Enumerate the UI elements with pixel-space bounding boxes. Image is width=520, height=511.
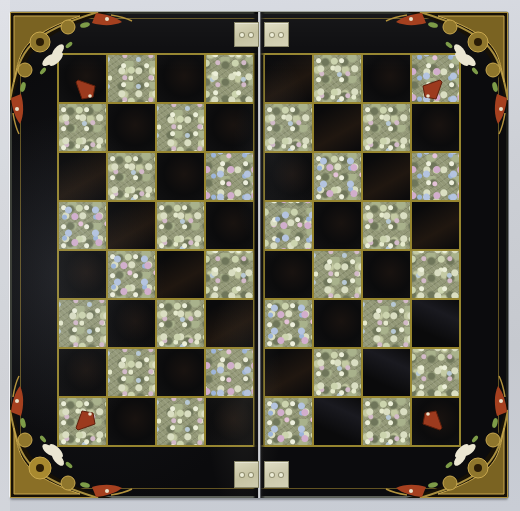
square-h7[interactable]: [412, 104, 459, 151]
square-a2[interactable]: [59, 349, 106, 396]
square-g7[interactable]: [363, 104, 410, 151]
fold-gap-column: [255, 55, 263, 445]
square-h3[interactable]: [412, 300, 459, 347]
screw-icon: [249, 473, 253, 477]
square-d3[interactable]: [206, 300, 253, 347]
square-g4[interactable]: [363, 251, 410, 298]
square-h2[interactable]: [412, 349, 459, 396]
square-b4[interactable]: [108, 251, 155, 298]
square-e4[interactable]: [265, 251, 312, 298]
bottom-hinge-left-plate: [234, 461, 259, 488]
square-e8[interactable]: [265, 55, 312, 102]
square-e1[interactable]: [265, 398, 312, 445]
square-d4[interactable]: [206, 251, 253, 298]
square-g1[interactable]: [363, 398, 410, 445]
square-b6[interactable]: [108, 153, 155, 200]
square-e2[interactable]: [265, 349, 312, 396]
screw-icon: [279, 473, 283, 477]
square-f2[interactable]: [314, 349, 361, 396]
screw-icon: [270, 473, 274, 477]
square-h8[interactable]: [412, 55, 459, 102]
square-e3[interactable]: [265, 300, 312, 347]
square-h5[interactable]: [412, 202, 459, 249]
square-a3[interactable]: [59, 300, 106, 347]
top-hinge-left-plate: [234, 22, 259, 47]
screw-icon: [270, 33, 274, 37]
square-b3[interactable]: [108, 300, 155, 347]
square-g2[interactable]: [363, 349, 410, 396]
square-c7[interactable]: [157, 104, 204, 151]
square-d6[interactable]: [206, 153, 253, 200]
square-a8[interactable]: [59, 55, 106, 102]
top-hinge-right-plate: [264, 22, 289, 47]
square-f7[interactable]: [314, 104, 361, 151]
square-e7[interactable]: [265, 104, 312, 151]
board-grid: [57, 53, 461, 447]
square-c3[interactable]: [157, 300, 204, 347]
square-f3[interactable]: [314, 300, 361, 347]
square-a5[interactable]: [59, 202, 106, 249]
square-f8[interactable]: [314, 55, 361, 102]
square-c1[interactable]: [157, 398, 204, 445]
square-c2[interactable]: [157, 349, 204, 396]
square-c8[interactable]: [157, 55, 204, 102]
square-c4[interactable]: [157, 251, 204, 298]
square-f4[interactable]: [314, 251, 361, 298]
bottom-hinge-right-plate: [264, 461, 289, 488]
square-d1[interactable]: [206, 398, 253, 445]
square-b5[interactable]: [108, 202, 155, 249]
square-c5[interactable]: [157, 202, 204, 249]
square-b8[interactable]: [108, 55, 155, 102]
square-a7[interactable]: [59, 104, 106, 151]
photo-background: [0, 0, 520, 511]
square-b1[interactable]: [108, 398, 155, 445]
square-a6[interactable]: [59, 153, 106, 200]
screw-icon: [249, 33, 253, 37]
square-f6[interactable]: [314, 153, 361, 200]
square-h1[interactable]: [412, 398, 459, 445]
square-d7[interactable]: [206, 104, 253, 151]
square-d8[interactable]: [206, 55, 253, 102]
screw-icon: [240, 473, 244, 477]
square-g6[interactable]: [363, 153, 410, 200]
square-d2[interactable]: [206, 349, 253, 396]
square-g8[interactable]: [363, 55, 410, 102]
square-a1[interactable]: [59, 398, 106, 445]
square-f1[interactable]: [314, 398, 361, 445]
square-c6[interactable]: [157, 153, 204, 200]
square-f5[interactable]: [314, 202, 361, 249]
square-e6[interactable]: [265, 153, 312, 200]
screw-icon: [279, 33, 283, 37]
square-h4[interactable]: [412, 251, 459, 298]
square-g3[interactable]: [363, 300, 410, 347]
screw-icon: [240, 33, 244, 37]
square-g5[interactable]: [363, 202, 410, 249]
square-e5[interactable]: [265, 202, 312, 249]
square-d5[interactable]: [206, 202, 253, 249]
chess-board: [10, 12, 508, 498]
square-h6[interactable]: [412, 153, 459, 200]
square-b2[interactable]: [108, 349, 155, 396]
square-a4[interactable]: [59, 251, 106, 298]
square-b7[interactable]: [108, 104, 155, 151]
